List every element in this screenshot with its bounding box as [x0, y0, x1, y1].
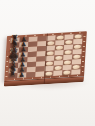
board-square [44, 71, 53, 77]
black-pawn-glyph: ♟ [18, 71, 24, 78]
black-pawn: ♟ [17, 69, 27, 79]
board-square [26, 72, 35, 78]
white-checker [63, 70, 70, 74]
white-checker [45, 71, 52, 75]
product-photo: ♜♟♞♟♝♟♛♟♚♟♝♟♞♟♜♟ [0, 0, 95, 126]
black-rook-glyph: ♜ [9, 70, 17, 78]
chess-board: ♜♟♞♟♝♟♛♟♚♟♝♟♞♟♜♟ [4, 31, 87, 81]
board-square [62, 70, 71, 76]
board-square [53, 70, 62, 76]
board-square: ♟ [17, 72, 26, 78]
board-square [71, 69, 80, 75]
